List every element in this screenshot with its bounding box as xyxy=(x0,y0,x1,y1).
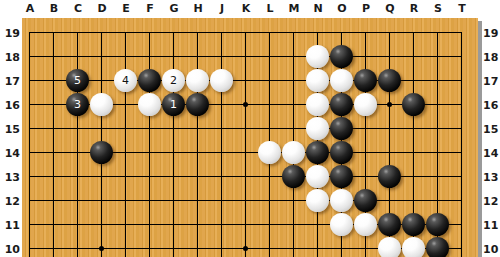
row-label-right-11: 11 xyxy=(483,219,498,232)
intersection-H17[interactable] xyxy=(186,69,210,93)
move-number-label: 3 xyxy=(74,99,81,110)
intersection-T10[interactable] xyxy=(450,237,474,257)
intersection-A17[interactable] xyxy=(18,69,42,93)
col-label-D: D xyxy=(97,2,106,15)
intersection-K14[interactable] xyxy=(234,141,258,165)
stone-black-H16[interactable] xyxy=(186,93,209,116)
intersection-N13[interactable] xyxy=(306,165,330,189)
col-label-G: G xyxy=(169,2,178,15)
intersection-N16[interactable] xyxy=(306,93,330,117)
stone-white-P11[interactable] xyxy=(354,213,377,236)
intersection-D11[interactable] xyxy=(90,213,114,237)
intersection-J15[interactable] xyxy=(210,117,234,141)
intersection-L18[interactable] xyxy=(258,45,282,69)
intersection-Q12[interactable] xyxy=(378,189,402,213)
intersection-O11[interactable] xyxy=(330,213,354,237)
intersection-S13[interactable] xyxy=(426,165,450,189)
intersection-F13[interactable] xyxy=(138,165,162,189)
intersection-J14[interactable] xyxy=(210,141,234,165)
intersection-L14[interactable] xyxy=(258,141,282,165)
intersection-C18[interactable] xyxy=(66,45,90,69)
board-grid: 54231 xyxy=(18,21,474,257)
intersection-P18[interactable] xyxy=(354,45,378,69)
intersection-O10[interactable] xyxy=(330,237,354,257)
intersection-P17[interactable] xyxy=(354,69,378,93)
intersection-M19[interactable] xyxy=(282,21,306,45)
intersection-G13[interactable] xyxy=(162,165,186,189)
intersection-M10[interactable] xyxy=(282,237,306,257)
intersection-O13[interactable] xyxy=(330,165,354,189)
stone-white-M14[interactable] xyxy=(282,141,305,164)
intersection-K12[interactable] xyxy=(234,189,258,213)
intersection-B11[interactable] xyxy=(42,213,66,237)
intersection-S12[interactable] xyxy=(426,189,450,213)
intersection-N15[interactable] xyxy=(306,117,330,141)
row-labels-left: 19181716151413121110 xyxy=(0,21,20,257)
intersection-B15[interactable] xyxy=(42,117,66,141)
intersection-D10[interactable] xyxy=(90,237,114,257)
col-label-K: K xyxy=(242,2,251,15)
intersection-K16[interactable] xyxy=(234,93,258,117)
intersection-A15[interactable] xyxy=(18,117,42,141)
intersection-G11[interactable] xyxy=(162,213,186,237)
intersection-H18[interactable] xyxy=(186,45,210,69)
intersection-G14[interactable] xyxy=(162,141,186,165)
intersection-B17[interactable] xyxy=(42,69,66,93)
intersection-L17[interactable] xyxy=(258,69,282,93)
intersection-J19[interactable] xyxy=(210,21,234,45)
move-number-label: 5 xyxy=(74,75,81,86)
intersection-H19[interactable] xyxy=(186,21,210,45)
intersection-F15[interactable] xyxy=(138,117,162,141)
stone-white-N15[interactable] xyxy=(306,117,329,140)
stone-black-P17[interactable] xyxy=(354,69,377,92)
intersection-N14[interactable] xyxy=(306,141,330,165)
row-label-right-13: 13 xyxy=(483,171,498,184)
intersection-B16[interactable] xyxy=(42,93,66,117)
intersection-E17[interactable]: 4 xyxy=(114,69,138,93)
intersection-C14[interactable] xyxy=(66,141,90,165)
stone-black-M13[interactable] xyxy=(282,165,305,188)
intersection-C15[interactable] xyxy=(66,117,90,141)
intersection-P11[interactable] xyxy=(354,213,378,237)
move-number-label: 2 xyxy=(170,75,177,86)
row-label-right-14: 14 xyxy=(483,147,498,160)
intersection-M11[interactable] xyxy=(282,213,306,237)
intersection-G17[interactable]: 2 xyxy=(162,69,186,93)
stone-black-O18[interactable] xyxy=(330,45,353,68)
intersection-N19[interactable] xyxy=(306,21,330,45)
intersection-P16[interactable] xyxy=(354,93,378,117)
stone-white-N12[interactable] xyxy=(306,189,329,212)
intersection-A18[interactable] xyxy=(18,45,42,69)
row-label-right-18: 18 xyxy=(483,51,498,64)
intersection-K15[interactable] xyxy=(234,117,258,141)
intersection-M18[interactable] xyxy=(282,45,306,69)
intersection-P19[interactable] xyxy=(354,21,378,45)
intersection-C17[interactable]: 5 xyxy=(66,69,90,93)
stone-black-S11[interactable] xyxy=(426,213,449,236)
intersection-Q11[interactable] xyxy=(378,213,402,237)
intersection-T19[interactable] xyxy=(450,21,474,45)
intersection-S11[interactable] xyxy=(426,213,450,237)
intersection-L16[interactable] xyxy=(258,93,282,117)
intersection-Q13[interactable] xyxy=(378,165,402,189)
row-label-right-16: 16 xyxy=(483,99,498,112)
intersection-F14[interactable] xyxy=(138,141,162,165)
intersection-T16[interactable] xyxy=(450,93,474,117)
row-label-right-19: 19 xyxy=(483,27,498,40)
intersection-C13[interactable] xyxy=(66,165,90,189)
stone-black-R16[interactable] xyxy=(402,93,425,116)
intersection-D13[interactable] xyxy=(90,165,114,189)
intersection-L12[interactable] xyxy=(258,189,282,213)
intersection-F10[interactable] xyxy=(138,237,162,257)
col-label-B: B xyxy=(50,2,58,15)
intersection-D19[interactable] xyxy=(90,21,114,45)
intersection-B18[interactable] xyxy=(42,45,66,69)
col-label-N: N xyxy=(313,2,322,15)
intersection-G10[interactable] xyxy=(162,237,186,257)
col-label-J: J xyxy=(220,2,224,15)
intersection-G18[interactable] xyxy=(162,45,186,69)
intersection-K10[interactable] xyxy=(234,237,258,257)
intersection-A10[interactable] xyxy=(18,237,42,257)
col-label-R: R xyxy=(410,2,418,15)
stone-white-J17[interactable] xyxy=(210,69,233,92)
intersection-K19[interactable] xyxy=(234,21,258,45)
board-shadow xyxy=(478,21,482,257)
intersection-T14[interactable] xyxy=(450,141,474,165)
intersection-R13[interactable] xyxy=(402,165,426,189)
intersection-N18[interactable] xyxy=(306,45,330,69)
intersection-H16[interactable] xyxy=(186,93,210,117)
intersection-E14[interactable] xyxy=(114,141,138,165)
intersection-G12[interactable] xyxy=(162,189,186,213)
intersection-Q18[interactable] xyxy=(378,45,402,69)
intersection-L19[interactable] xyxy=(258,21,282,45)
goban: 54231 xyxy=(22,18,478,257)
col-label-S: S xyxy=(434,2,442,15)
intersection-R10[interactable] xyxy=(402,237,426,257)
intersection-Q15[interactable] xyxy=(378,117,402,141)
intersection-F11[interactable] xyxy=(138,213,162,237)
intersection-A11[interactable] xyxy=(18,213,42,237)
intersection-S10[interactable] xyxy=(426,237,450,257)
intersection-M13[interactable] xyxy=(282,165,306,189)
intersection-R19[interactable] xyxy=(402,21,426,45)
intersection-S17[interactable] xyxy=(426,69,450,93)
intersection-N17[interactable] xyxy=(306,69,330,93)
intersection-G19[interactable] xyxy=(162,21,186,45)
intersection-J13[interactable] xyxy=(210,165,234,189)
intersection-O12[interactable] xyxy=(330,189,354,213)
row-label-right-10: 10 xyxy=(483,243,498,256)
intersection-C10[interactable] xyxy=(66,237,90,257)
column-labels: ABCDEFGHJKLMNOPQRST xyxy=(18,0,474,17)
intersection-N10[interactable] xyxy=(306,237,330,257)
intersection-L13[interactable] xyxy=(258,165,282,189)
stone-black-O16[interactable] xyxy=(330,93,353,116)
intersection-R16[interactable] xyxy=(402,93,426,117)
intersection-M17[interactable] xyxy=(282,69,306,93)
move-number-label: 4 xyxy=(122,75,129,86)
stone-black-O13[interactable] xyxy=(330,165,353,188)
intersection-P12[interactable] xyxy=(354,189,378,213)
move-number-label: 1 xyxy=(170,99,177,110)
intersection-B12[interactable] xyxy=(42,189,66,213)
intersection-B10[interactable] xyxy=(42,237,66,257)
intersection-E16[interactable] xyxy=(114,93,138,117)
intersection-H15[interactable] xyxy=(186,117,210,141)
intersection-S16[interactable] xyxy=(426,93,450,117)
stone-white-N16[interactable] xyxy=(306,93,329,116)
stone-white-O17[interactable] xyxy=(330,69,353,92)
stone-white-P16[interactable] xyxy=(354,93,377,116)
stone-black-N14[interactable] xyxy=(306,141,329,164)
intersection-E18[interactable] xyxy=(114,45,138,69)
stone-black-C17[interactable]: 5 xyxy=(66,69,89,92)
intersection-C11[interactable] xyxy=(66,213,90,237)
intersection-R18[interactable] xyxy=(402,45,426,69)
col-label-F: F xyxy=(146,2,154,15)
intersection-N11[interactable] xyxy=(306,213,330,237)
intersection-H11[interactable] xyxy=(186,213,210,237)
intersection-S15[interactable] xyxy=(426,117,450,141)
col-label-E: E xyxy=(122,2,130,15)
intersection-D16[interactable] xyxy=(90,93,114,117)
stone-black-S10[interactable] xyxy=(426,237,449,257)
stone-white-H17[interactable] xyxy=(186,69,209,92)
stone-white-F16[interactable] xyxy=(138,93,161,116)
intersection-M16[interactable] xyxy=(282,93,306,117)
intersection-R14[interactable] xyxy=(402,141,426,165)
intersection-K17[interactable] xyxy=(234,69,258,93)
stone-black-F17[interactable] xyxy=(138,69,161,92)
intersection-C19[interactable] xyxy=(66,21,90,45)
stone-white-E17[interactable]: 4 xyxy=(114,69,137,92)
intersection-G16[interactable]: 1 xyxy=(162,93,186,117)
intersection-S14[interactable] xyxy=(426,141,450,165)
intersection-D18[interactable] xyxy=(90,45,114,69)
row-label-right-15: 15 xyxy=(483,123,498,136)
intersection-F12[interactable] xyxy=(138,189,162,213)
intersection-L15[interactable] xyxy=(258,117,282,141)
intersection-P10[interactable] xyxy=(354,237,378,257)
intersection-Q16[interactable] xyxy=(378,93,402,117)
intersection-J10[interactable] xyxy=(210,237,234,257)
stone-black-O14[interactable] xyxy=(330,141,353,164)
intersection-R11[interactable] xyxy=(402,213,426,237)
intersection-F17[interactable] xyxy=(138,69,162,93)
intersection-S19[interactable] xyxy=(426,21,450,45)
intersection-F19[interactable] xyxy=(138,21,162,45)
intersection-H10[interactable] xyxy=(186,237,210,257)
intersection-T18[interactable] xyxy=(450,45,474,69)
intersection-E19[interactable] xyxy=(114,21,138,45)
intersection-T13[interactable] xyxy=(450,165,474,189)
col-label-Q: Q xyxy=(385,2,394,15)
intersection-C12[interactable] xyxy=(66,189,90,213)
intersection-A14[interactable] xyxy=(18,141,42,165)
intersection-O17[interactable] xyxy=(330,69,354,93)
intersection-H14[interactable] xyxy=(186,141,210,165)
stone-white-N18[interactable] xyxy=(306,45,329,68)
intersection-K18[interactable] xyxy=(234,45,258,69)
intersection-O15[interactable] xyxy=(330,117,354,141)
intersection-J11[interactable] xyxy=(210,213,234,237)
intersection-P15[interactable] xyxy=(354,117,378,141)
stone-white-L14[interactable] xyxy=(258,141,281,164)
stone-black-P12[interactable] xyxy=(354,189,377,212)
intersection-M14[interactable] xyxy=(282,141,306,165)
col-label-T: T xyxy=(458,2,466,15)
stone-black-R11[interactable] xyxy=(402,213,425,236)
intersection-L10[interactable] xyxy=(258,237,282,257)
col-label-A: A xyxy=(26,2,35,15)
stone-white-N13[interactable] xyxy=(306,165,329,188)
intersection-Q14[interactable] xyxy=(378,141,402,165)
col-label-L: L xyxy=(266,2,273,15)
intersection-O16[interactable] xyxy=(330,93,354,117)
intersection-Q10[interactable] xyxy=(378,237,402,257)
intersection-P14[interactable] xyxy=(354,141,378,165)
intersection-C16[interactable]: 3 xyxy=(66,93,90,117)
intersection-J18[interactable] xyxy=(210,45,234,69)
stone-black-D14[interactable] xyxy=(90,141,113,164)
col-label-P: P xyxy=(362,2,370,15)
intersection-D14[interactable] xyxy=(90,141,114,165)
intersection-T12[interactable] xyxy=(450,189,474,213)
intersection-E13[interactable] xyxy=(114,165,138,189)
stone-white-O12[interactable] xyxy=(330,189,353,212)
stone-black-O15[interactable] xyxy=(330,117,353,140)
intersection-E11[interactable] xyxy=(114,213,138,237)
intersection-D15[interactable] xyxy=(90,117,114,141)
intersection-H12[interactable] xyxy=(186,189,210,213)
intersection-T17[interactable] xyxy=(450,69,474,93)
intersection-M12[interactable] xyxy=(282,189,306,213)
intersection-O14[interactable] xyxy=(330,141,354,165)
intersection-R15[interactable] xyxy=(402,117,426,141)
intersection-H13[interactable] xyxy=(186,165,210,189)
row-label-right-12: 12 xyxy=(483,195,498,208)
intersection-Q19[interactable] xyxy=(378,21,402,45)
row-label-right-17: 17 xyxy=(483,75,498,88)
intersection-O18[interactable] xyxy=(330,45,354,69)
intersection-E10[interactable] xyxy=(114,237,138,257)
intersection-F16[interactable] xyxy=(138,93,162,117)
intersection-Q17[interactable] xyxy=(378,69,402,93)
intersection-A16[interactable] xyxy=(18,93,42,117)
intersection-E15[interactable] xyxy=(114,117,138,141)
intersection-D12[interactable] xyxy=(90,189,114,213)
col-label-O: O xyxy=(337,2,346,15)
intersection-A13[interactable] xyxy=(18,165,42,189)
intersection-B14[interactable] xyxy=(42,141,66,165)
intersection-T11[interactable] xyxy=(450,213,474,237)
intersection-F18[interactable] xyxy=(138,45,162,69)
intersection-S18[interactable] xyxy=(426,45,450,69)
intersection-E12[interactable] xyxy=(114,189,138,213)
intersection-J17[interactable] xyxy=(210,69,234,93)
col-label-M: M xyxy=(289,2,300,15)
intersection-R12[interactable] xyxy=(402,189,426,213)
stone-black-C16[interactable]: 3 xyxy=(66,93,89,116)
stone-white-Q10[interactable] xyxy=(378,237,401,257)
intersection-O19[interactable] xyxy=(330,21,354,45)
stone-white-R10[interactable] xyxy=(402,237,425,257)
intersection-B19[interactable] xyxy=(42,21,66,45)
stone-black-Q13[interactable] xyxy=(378,165,401,188)
stone-white-D16[interactable] xyxy=(90,93,113,116)
stone-black-G16[interactable]: 1 xyxy=(162,93,185,116)
intersection-R17[interactable] xyxy=(402,69,426,93)
intersection-N12[interactable] xyxy=(306,189,330,213)
intersection-G15[interactable] xyxy=(162,117,186,141)
intersection-P13[interactable] xyxy=(354,165,378,189)
stone-black-Q17[interactable] xyxy=(378,69,401,92)
stone-black-Q11[interactable] xyxy=(378,213,401,236)
intersection-J16[interactable] xyxy=(210,93,234,117)
intersection-J12[interactable] xyxy=(210,189,234,213)
intersection-A19[interactable] xyxy=(18,21,42,45)
intersection-K13[interactable] xyxy=(234,165,258,189)
col-label-H: H xyxy=(193,2,202,15)
intersection-A12[interactable] xyxy=(18,189,42,213)
stone-white-N17[interactable] xyxy=(306,69,329,92)
intersection-B13[interactable] xyxy=(42,165,66,189)
intersection-L11[interactable] xyxy=(258,213,282,237)
col-label-C: C xyxy=(74,2,82,15)
stone-white-O11[interactable] xyxy=(330,213,353,236)
row-labels-right: 19181716151413121110 xyxy=(483,21,499,257)
go-board-diagram: ABCDEFGHJKLMNOPQRST 19181716151413121110… xyxy=(0,0,500,257)
stone-white-G17[interactable]: 2 xyxy=(162,69,185,92)
intersection-K11[interactable] xyxy=(234,213,258,237)
intersection-D17[interactable] xyxy=(90,69,114,93)
intersection-T15[interactable] xyxy=(450,117,474,141)
intersection-M15[interactable] xyxy=(282,117,306,141)
